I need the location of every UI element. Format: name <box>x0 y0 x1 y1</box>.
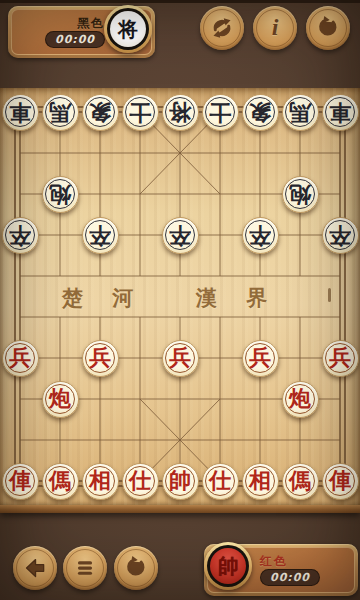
board-cell[interactable] <box>240 256 280 297</box>
piece-red-rook[interactable]: 俥 <box>2 463 39 500</box>
board-cell[interactable] <box>200 133 240 174</box>
board-cell[interactable] <box>80 297 120 338</box>
board-cell[interactable]: 炮 <box>40 379 80 420</box>
piece-glyph: 炮 <box>49 183 71 205</box>
board-cell[interactable]: 炮 <box>280 174 320 215</box>
board-cell[interactable] <box>280 133 320 174</box>
piece-black-general[interactable]: 将 <box>162 94 199 131</box>
piece-glyph: 卒 <box>89 224 111 246</box>
board-cell[interactable] <box>120 297 160 338</box>
piece-glyph: 象 <box>89 101 111 123</box>
board-cell[interactable] <box>160 379 200 420</box>
board-cell[interactable]: 兵 <box>160 338 200 379</box>
board-cell[interactable] <box>320 379 360 420</box>
top-edge-strip <box>0 0 360 3</box>
piece-black-soldier[interactable]: 卒 <box>322 217 359 254</box>
red-timer: 00:00 <box>260 569 320 586</box>
board-cell[interactable] <box>40 215 80 256</box>
piece-black-rook[interactable]: 車 <box>322 94 359 131</box>
piece-glyph: 兵 <box>329 347 351 369</box>
board-cell[interactable] <box>200 215 240 256</box>
piece-glyph: 馬 <box>49 101 71 123</box>
piece-black-advisor[interactable]: 士 <box>202 94 239 131</box>
undo-icon <box>315 15 341 41</box>
board-cell[interactable]: 俥 <box>320 461 360 502</box>
board-cell[interactable]: 卒 <box>320 215 360 256</box>
piece-red-soldier[interactable]: 兵 <box>162 340 199 377</box>
board-cell[interactable] <box>0 256 40 297</box>
board-cell[interactable] <box>0 174 40 215</box>
piece-black-advisor[interactable]: 士 <box>122 94 159 131</box>
piece-red-elephant[interactable]: 相 <box>82 463 119 500</box>
board-cell[interactable]: 相 <box>80 461 120 502</box>
piece-red-soldier[interactable]: 兵 <box>82 340 119 377</box>
board-cell[interactable] <box>200 338 240 379</box>
piece-red-elephant[interactable]: 相 <box>242 463 279 500</box>
board-cell[interactable]: 傌 <box>280 461 320 502</box>
piece-glyph: 兵 <box>169 347 191 369</box>
board-cell[interactable]: 兵 <box>80 338 120 379</box>
piece-glyph: 炮 <box>289 388 311 410</box>
board-cell[interactable] <box>40 256 80 297</box>
piece-red-soldier[interactable]: 兵 <box>322 340 359 377</box>
info-icon: i <box>272 15 279 39</box>
board-cell[interactable] <box>320 256 360 297</box>
piece-glyph: 炮 <box>49 388 71 410</box>
piece-glyph: 車 <box>329 101 351 123</box>
piece-red-advisor[interactable]: 仕 <box>122 463 159 500</box>
piece-red-cannon[interactable]: 炮 <box>42 381 79 418</box>
piece-red-cannon[interactable]: 炮 <box>282 381 319 418</box>
piece-glyph: 士 <box>209 101 231 123</box>
piece-glyph: 兵 <box>89 347 111 369</box>
red-general-piece: 帥 <box>210 548 246 584</box>
board-cell[interactable]: 士 <box>120 92 160 133</box>
black-avatar: 将 <box>104 5 152 53</box>
board-cell[interactable] <box>200 174 240 215</box>
board-cell[interactable]: 兵 <box>0 338 40 379</box>
board-cell[interactable] <box>120 174 160 215</box>
info-button[interactable]: i <box>253 6 297 50</box>
piece-red-advisor[interactable]: 仕 <box>202 463 239 500</box>
piece-glyph: 車 <box>9 101 31 123</box>
board-cell[interactable] <box>0 297 40 338</box>
piece-black-soldier[interactable]: 卒 <box>82 217 119 254</box>
undo-button-top[interactable] <box>306 6 350 50</box>
piece-black-cannon[interactable]: 炮 <box>282 176 319 213</box>
board-cell[interactable] <box>80 256 120 297</box>
board-cell[interactable] <box>120 338 160 379</box>
board-cell[interactable]: 傌 <box>40 461 80 502</box>
undo-icon <box>123 555 149 581</box>
board-cell[interactable] <box>160 256 200 297</box>
swap-sides-button[interactable] <box>200 6 244 50</box>
board-cell[interactable] <box>160 297 200 338</box>
board-cell[interactable] <box>160 174 200 215</box>
piece-red-soldier[interactable]: 兵 <box>242 340 279 377</box>
board-cell[interactable]: 象 <box>80 92 120 133</box>
board-cell[interactable]: 車 <box>320 92 360 133</box>
board-cell[interactable]: 仕 <box>120 461 160 502</box>
board-cell[interactable] <box>320 133 360 174</box>
piece-glyph: 炮 <box>289 183 311 205</box>
board-cell[interactable]: 車 <box>0 92 40 133</box>
board-cell[interactable] <box>80 420 120 461</box>
piece-black-cannon[interactable]: 炮 <box>42 176 79 213</box>
board-cell[interactable] <box>120 379 160 420</box>
board-cell[interactable] <box>280 297 320 338</box>
piece-glyph: 兵 <box>9 347 31 369</box>
back-icon <box>22 555 48 581</box>
board-cell[interactable] <box>200 420 240 461</box>
board-cell[interactable] <box>280 338 320 379</box>
board-cell[interactable]: 兵 <box>320 338 360 379</box>
piece-glyph: 俥 <box>329 470 351 492</box>
board-cell[interactable]: 炮 <box>280 379 320 420</box>
black-player-label: 黑色 <box>77 16 105 30</box>
piece-glyph: 卒 <box>9 224 31 246</box>
piece-glyph: 傌 <box>289 470 311 492</box>
swap-icon <box>209 15 235 41</box>
board-cell[interactable]: 卒 <box>0 215 40 256</box>
board-cell[interactable] <box>120 133 160 174</box>
board-cell[interactable] <box>200 379 240 420</box>
board-cell[interactable] <box>160 133 200 174</box>
board-cell[interactable] <box>160 420 200 461</box>
black-timer: 00:00 <box>45 31 105 48</box>
board-cell[interactable]: 仕 <box>200 461 240 502</box>
board-pieces-grid: 車馬象士将士象馬車炮炮卒卒卒卒卒兵兵兵兵兵炮炮俥傌相仕帥仕相傌俥 <box>0 92 360 502</box>
piece-black-soldier[interactable]: 卒 <box>162 217 199 254</box>
board-cell[interactable] <box>120 256 160 297</box>
piece-red-general[interactable]: 帥 <box>162 463 199 500</box>
back-button[interactable] <box>13 546 57 590</box>
piece-glyph: 仕 <box>209 470 231 492</box>
board-cell[interactable] <box>120 215 160 256</box>
red-avatar: 帥 <box>204 542 252 590</box>
board-cell[interactable]: 卒 <box>160 215 200 256</box>
piece-red-rook[interactable]: 俥 <box>322 463 359 500</box>
piece-glyph: 卒 <box>169 224 191 246</box>
piece-black-soldier[interactable]: 卒 <box>2 217 39 254</box>
board-cell[interactable] <box>0 420 40 461</box>
board-cell[interactable] <box>240 297 280 338</box>
board-cell[interactable] <box>320 297 360 338</box>
board-cell[interactable]: 相 <box>240 461 280 502</box>
board-cell[interactable] <box>40 420 80 461</box>
board-cell[interactable] <box>240 420 280 461</box>
piece-glyph: 卒 <box>329 224 351 246</box>
board-cell[interactable] <box>40 297 80 338</box>
piece-glyph: 象 <box>249 101 271 123</box>
board-cell[interactable]: 兵 <box>240 338 280 379</box>
board-cell[interactable] <box>280 215 320 256</box>
black-avatar-ring: 将 <box>107 8 149 50</box>
board-cell[interactable] <box>80 174 120 215</box>
board-cell[interactable]: 馬 <box>280 92 320 133</box>
piece-black-soldier[interactable]: 卒 <box>242 217 279 254</box>
board-cell[interactable]: 象 <box>240 92 280 133</box>
board-cell[interactable] <box>40 133 80 174</box>
board-cell[interactable]: 俥 <box>0 461 40 502</box>
piece-black-elephant[interactable]: 象 <box>242 94 279 131</box>
piece-glyph: 相 <box>249 470 271 492</box>
piece-red-horse[interactable]: 傌 <box>42 463 79 500</box>
board-cell[interactable] <box>280 256 320 297</box>
board-cell[interactable] <box>80 379 120 420</box>
undo-button-bottom[interactable] <box>114 546 158 590</box>
piece-glyph: 馬 <box>289 101 311 123</box>
menu-icon <box>72 555 98 581</box>
piece-glyph: 士 <box>129 101 151 123</box>
board-cell[interactable] <box>320 174 360 215</box>
piece-glyph: 卒 <box>249 224 271 246</box>
piece-black-elephant[interactable]: 象 <box>82 94 119 131</box>
board-cell[interactable] <box>0 133 40 174</box>
board-cell[interactable] <box>0 379 40 420</box>
board-cell[interactable]: 炮 <box>40 174 80 215</box>
board-cell[interactable] <box>280 420 320 461</box>
board-cell[interactable]: 馬 <box>40 92 80 133</box>
piece-glyph: 将 <box>169 101 191 123</box>
board-cell[interactable] <box>200 297 240 338</box>
board-cell[interactable] <box>40 338 80 379</box>
piece-black-horse[interactable]: 馬 <box>42 94 79 131</box>
piece-glyph: 相 <box>89 470 111 492</box>
piece-glyph: 傌 <box>49 470 71 492</box>
board-cell[interactable]: 士 <box>200 92 240 133</box>
board-cell[interactable] <box>120 420 160 461</box>
board-cell[interactable] <box>240 379 280 420</box>
red-player-label: 红色 <box>260 554 288 568</box>
piece-red-horse[interactable]: 傌 <box>282 463 319 500</box>
board-cell[interactable] <box>240 133 280 174</box>
board-cell[interactable]: 帥 <box>160 461 200 502</box>
board-cell[interactable]: 卒 <box>80 215 120 256</box>
board-cell[interactable] <box>200 256 240 297</box>
piece-black-horse[interactable]: 馬 <box>282 94 319 131</box>
board-cell[interactable] <box>320 420 360 461</box>
piece-glyph: 仕 <box>129 470 151 492</box>
piece-glyph: 俥 <box>9 470 31 492</box>
menu-button[interactable] <box>63 546 107 590</box>
board-cell[interactable]: 卒 <box>240 215 280 256</box>
piece-red-soldier[interactable]: 兵 <box>2 340 39 377</box>
board-cell[interactable]: 将 <box>160 92 200 133</box>
board-cell[interactable] <box>80 133 120 174</box>
piece-glyph: 兵 <box>249 347 271 369</box>
board-bottom-edge <box>0 505 360 513</box>
black-general-piece: 将 <box>110 11 146 47</box>
board-cell[interactable] <box>240 174 280 215</box>
red-avatar-ring: 帥 <box>207 545 249 587</box>
xiangqi-board[interactable]: 楚 河 漢 界 車馬象士将士象馬車炮炮卒卒卒卒卒兵兵兵兵兵炮炮俥傌相仕帥仕相傌俥 <box>0 88 360 505</box>
piece-black-rook[interactable]: 車 <box>2 94 39 131</box>
piece-glyph: 帥 <box>169 470 191 492</box>
